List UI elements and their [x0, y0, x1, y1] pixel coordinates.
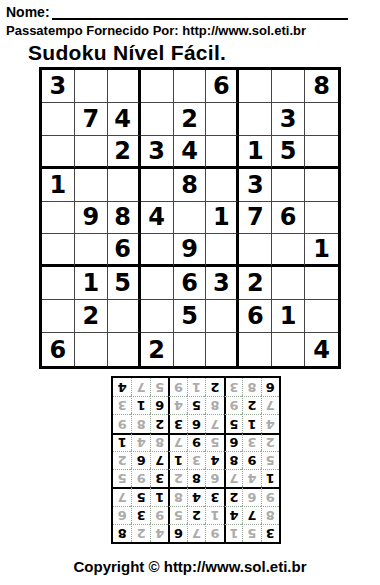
solution-cell-r7c9: 9	[113, 414, 131, 432]
cell-r9c8[interactable]	[272, 333, 305, 366]
cell-r6c6[interactable]	[206, 234, 239, 267]
solution-cell-r7c7: 2	[150, 414, 168, 432]
cell-r2c5[interactable]: 2	[174, 103, 207, 136]
cell-r5c7[interactable]: 7	[239, 202, 272, 235]
cell-r3c5[interactable]: 4	[174, 136, 207, 169]
cell-r3c6[interactable]	[206, 136, 239, 169]
cell-r5c3[interactable]: 8	[108, 202, 141, 235]
solution-cell-r3c3: 2	[224, 487, 242, 505]
cell-r8c6[interactable]	[206, 300, 239, 333]
copyright-text: Copyright © http://www.sol.eti.br	[6, 558, 374, 575]
cell-r4c8[interactable]	[272, 169, 305, 202]
cell-r5c5[interactable]	[174, 202, 207, 235]
solution-cell-r8c7: 6	[150, 396, 168, 414]
solution-cell-r8c2: 2	[242, 396, 260, 414]
cell-r8c9[interactable]	[305, 300, 338, 333]
cell-r7c2[interactable]: 1	[75, 267, 108, 300]
solution-cell-r4c4: 6	[205, 469, 223, 487]
solution-cell-r4c5: 8	[187, 469, 205, 487]
cell-r6c8[interactable]	[272, 234, 305, 267]
solution-cell-r5c2: 9	[242, 451, 260, 469]
solution-cell-r5c1: 5	[261, 451, 279, 469]
cell-r2c7[interactable]	[239, 103, 272, 136]
solution-cell-r2c1: 8	[261, 506, 279, 524]
cell-r2c9[interactable]	[305, 103, 338, 136]
solution-cell-r6c4: 5	[205, 433, 223, 451]
cell-r2c1[interactable]	[42, 103, 75, 136]
name-label: Nome:	[6, 5, 50, 20]
solution-cell-r1c8: 2	[131, 524, 149, 542]
cell-r6c2[interactable]	[75, 234, 108, 267]
cell-r9c1[interactable]: 6	[42, 333, 75, 366]
solution-cell-r2c3: 4	[224, 506, 242, 524]
cell-r7c5[interactable]: 6	[174, 267, 207, 300]
cell-r5c6[interactable]: 1	[206, 202, 239, 235]
solution-cell-r1c6: 6	[168, 524, 186, 542]
solution-cell-r5c8: 6	[131, 451, 149, 469]
solution-cell-r7c1: 4	[261, 414, 279, 432]
cell-r3c3[interactable]: 2	[108, 136, 141, 169]
solution-cell-r6c2: 3	[242, 433, 260, 451]
cell-r7c9[interactable]	[305, 267, 338, 300]
cell-r3c2[interactable]	[75, 136, 108, 169]
cell-r3c8[interactable]: 5	[272, 136, 305, 169]
cell-r4c6[interactable]	[206, 169, 239, 202]
solution-cell-r2c8: 3	[131, 506, 149, 524]
cell-r6c5[interactable]: 9	[174, 234, 207, 267]
solution-cell-r4c9: 5	[113, 469, 131, 487]
cell-r6c4[interactable]	[141, 234, 174, 267]
solution-cell-r8c3: 9	[224, 396, 242, 414]
cell-r6c1[interactable]	[42, 234, 75, 267]
cell-r7c1[interactable]	[42, 267, 75, 300]
solution-cell-r5c9: 2	[113, 451, 131, 469]
solution-cell-r3c1: 9	[261, 487, 279, 505]
cell-r4c4[interactable]	[141, 169, 174, 202]
cell-r6c9[interactable]: 1	[305, 234, 338, 267]
solution-cell-r9c3: 3	[224, 378, 242, 396]
cell-r3c9[interactable]	[305, 136, 338, 169]
cell-r1c3[interactable]	[108, 70, 141, 103]
solution-cell-r2c4: 1	[205, 506, 223, 524]
solution-cell-r2c5: 2	[187, 506, 205, 524]
cell-r5c2[interactable]: 9	[75, 202, 108, 235]
cell-r1c4[interactable]	[141, 70, 174, 103]
solution-cell-r8c1: 7	[261, 396, 279, 414]
solution-cell-r8c6: 4	[168, 396, 186, 414]
provided-by-text: Passatempo Fornecido Por: http://www.sol…	[6, 22, 374, 39]
solution-cell-r1c5: 7	[187, 524, 205, 542]
solution-cell-r5c3: 8	[224, 451, 242, 469]
cell-r2c2[interactable]: 7	[75, 103, 108, 136]
solution-cell-r9c8: 7	[131, 378, 149, 396]
cell-r3c1[interactable]	[42, 136, 75, 169]
worksheet-page: Nome: Passatempo Fornecido Por: http://w…	[0, 0, 380, 575]
cell-r7c4[interactable]	[141, 267, 174, 300]
cell-r1c1[interactable]: 3	[42, 70, 75, 103]
solution-cell-r6c7: 8	[150, 433, 168, 451]
cell-r4c5[interactable]: 8	[174, 169, 207, 202]
solution-cell-r4c1: 1	[261, 469, 279, 487]
cell-r8c3[interactable]	[108, 300, 141, 333]
solution-cell-r8c5: 5	[187, 396, 205, 414]
cell-r7c8[interactable]	[272, 267, 305, 300]
solution-cell-r2c7: 9	[150, 506, 168, 524]
cell-r5c8[interactable]: 6	[272, 202, 305, 235]
solution-cell-r5c4: 4	[205, 451, 223, 469]
cell-r7c7[interactable]: 2	[239, 267, 272, 300]
solution-cell-r1c9: 8	[113, 524, 131, 542]
cell-r1c8[interactable]	[272, 70, 305, 103]
solution-cell-r1c1: 3	[261, 524, 279, 542]
solution-cell-r6c9: 1	[113, 433, 131, 451]
solution-cell-r3c5: 4	[187, 487, 205, 505]
solution-cell-r5c7: 7	[150, 451, 168, 469]
cell-r8c2[interactable]: 2	[75, 300, 108, 333]
solution-cell-r9c1: 6	[261, 378, 279, 396]
solution-cell-r4c6: 2	[168, 469, 186, 487]
cell-r2c3[interactable]: 4	[108, 103, 141, 136]
solution-cell-r3c7: 1	[150, 487, 168, 505]
cell-r4c1[interactable]: 1	[42, 169, 75, 202]
cell-r5c4[interactable]: 4	[141, 202, 174, 235]
solution-cell-r7c8: 8	[131, 414, 149, 432]
name-write-in-line	[52, 4, 348, 20]
cell-r5c1[interactable]	[42, 202, 75, 235]
solution-cell-r1c4: 9	[205, 524, 223, 542]
cell-r4c2[interactable]	[75, 169, 108, 202]
solution-cell-r8c4: 8	[205, 396, 223, 414]
solution-cell-r2c2: 7	[242, 506, 260, 524]
cell-r3c4[interactable]: 3	[141, 136, 174, 169]
cell-r3c7[interactable]: 1	[239, 136, 272, 169]
cell-r8c1[interactable]	[42, 300, 75, 333]
cell-r8c4[interactable]	[141, 300, 174, 333]
solution-cell-r9c2: 8	[242, 378, 260, 396]
cell-r9c3[interactable]	[108, 333, 141, 366]
solution-cell-r9c7: 5	[150, 378, 168, 396]
solution-cell-r7c4: 7	[205, 414, 223, 432]
cell-r1c9[interactable]: 8	[305, 70, 338, 103]
solution-cell-r4c7: 3	[150, 469, 168, 487]
solution-cell-r4c3: 7	[224, 469, 242, 487]
name-row: Nome:	[6, 3, 374, 20]
solution-cell-r9c5: 1	[187, 378, 205, 396]
solution-cell-r7c3: 5	[224, 414, 242, 432]
cell-r9c6[interactable]	[206, 333, 239, 366]
page-title: Sudoku Nível Fácil.	[28, 41, 374, 65]
solution-cell-r3c4: 3	[205, 487, 223, 505]
cell-r1c7[interactable]	[239, 70, 272, 103]
solution-cell-r3c9: 7	[113, 487, 131, 505]
solution-cell-r7c2: 1	[242, 414, 260, 432]
cell-r2c8[interactable]: 3	[272, 103, 305, 136]
solution-cell-r3c6: 8	[168, 487, 186, 505]
solution-cell-r2c6: 5	[168, 506, 186, 524]
solution-cell-r9c9: 4	[113, 378, 131, 396]
cell-r6c7[interactable]	[239, 234, 272, 267]
solution-cell-r6c6: 7	[168, 433, 186, 451]
solution-cell-r6c8: 4	[131, 433, 149, 451]
cell-r4c9[interactable]	[305, 169, 338, 202]
cell-r1c5[interactable]	[174, 70, 207, 103]
cell-r9c2[interactable]	[75, 333, 108, 366]
cell-r4c3[interactable]	[108, 169, 141, 202]
sudoku-puzzle-grid: 368742323415183984176691156322561624	[39, 67, 341, 369]
solution-cell-r6c5: 9	[187, 433, 205, 451]
solution-cell-r3c2: 6	[242, 487, 260, 505]
solution-cell-r3c8: 5	[131, 487, 149, 505]
solution-cell-r9c4: 2	[205, 378, 223, 396]
cell-r2c6[interactable]	[206, 103, 239, 136]
solution-cell-r1c7: 4	[150, 524, 168, 542]
solution-cell-r5c6: 1	[168, 451, 186, 469]
solution-cell-r2c9: 6	[113, 506, 131, 524]
cell-r9c4[interactable]: 2	[141, 333, 174, 366]
cell-r7c3[interactable]: 5	[108, 267, 141, 300]
cell-r1c2[interactable]	[75, 70, 108, 103]
solution-cell-r1c2: 5	[242, 524, 260, 542]
cell-r1c6[interactable]: 6	[206, 70, 239, 103]
solution-cell-r1c3: 1	[224, 524, 242, 542]
cell-r8c5[interactable]: 5	[174, 300, 207, 333]
solution-cell-r7c6: 3	[168, 414, 186, 432]
cell-r8c8[interactable]: 1	[272, 300, 305, 333]
cell-r5c9[interactable]	[305, 202, 338, 235]
cell-r7c6[interactable]: 3	[206, 267, 239, 300]
solution-cell-r7c5: 6	[187, 414, 205, 432]
solution-wrap: 3519764288741259369623481571476823955984…	[6, 376, 380, 544]
cell-r9c5[interactable]	[174, 333, 207, 366]
sudoku-solution-grid-rotated: 3519764288741259369623481571476823955984…	[111, 376, 281, 544]
cell-r9c9[interactable]: 4	[305, 333, 338, 366]
solution-cell-r9c6: 9	[168, 378, 186, 396]
cell-r6c3[interactable]: 6	[108, 234, 141, 267]
solution-cell-r4c8: 9	[131, 469, 149, 487]
cell-r2c4[interactable]	[141, 103, 174, 136]
solution-cell-r5c5: 3	[187, 451, 205, 469]
cell-r4c7[interactable]: 3	[239, 169, 272, 202]
solution-cell-r6c1: 2	[261, 433, 279, 451]
cell-r9c7[interactable]	[239, 333, 272, 366]
cell-r8c7[interactable]: 6	[239, 300, 272, 333]
solution-cell-r6c3: 6	[224, 433, 242, 451]
solution-cell-r8c8: 1	[131, 396, 149, 414]
solution-cell-r8c9: 3	[113, 396, 131, 414]
solution-cell-r4c2: 4	[242, 469, 260, 487]
